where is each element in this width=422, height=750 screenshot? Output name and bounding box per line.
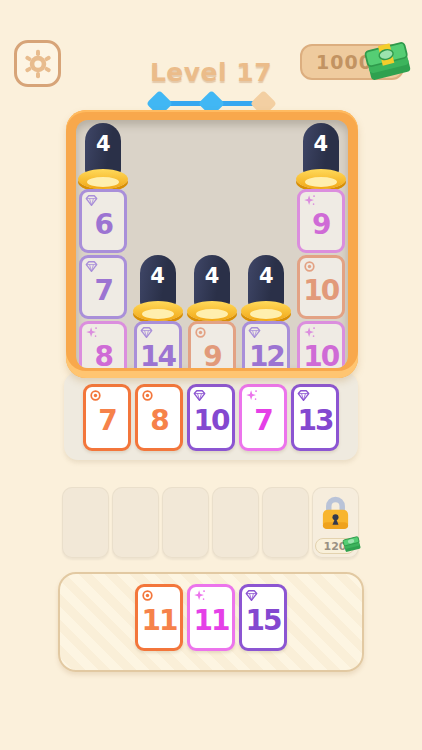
- star-icon: [303, 326, 316, 339]
- card-9-star[interactable]: 9: [297, 189, 345, 253]
- card-value: 9: [312, 204, 329, 239]
- empty-card-slot[interactable]: [162, 487, 209, 558]
- card-value: 13: [298, 400, 333, 435]
- unlock-price-badge: 120: [315, 538, 355, 554]
- empty-card-slot[interactable]: [212, 487, 259, 558]
- bell-gold-inner: [196, 309, 228, 319]
- eye-icon: [141, 389, 154, 402]
- eye-icon: [89, 389, 102, 402]
- empty-card-slot[interactable]: [62, 487, 109, 558]
- bell-gold-inner: [305, 177, 337, 187]
- gem-icon: [297, 389, 310, 402]
- star-icon: [193, 589, 206, 602]
- card-7-gem[interactable]: 7: [79, 255, 127, 319]
- lock-icon: [317, 494, 354, 532]
- eye-icon: [303, 260, 316, 273]
- star-icon: [303, 194, 316, 207]
- card-value: 8: [150, 400, 167, 435]
- card-value: 6: [94, 204, 111, 239]
- card-13-gem[interactable]: 13: [291, 384, 339, 451]
- bell-gold-inner: [87, 177, 119, 187]
- money-stack-icon: [362, 36, 414, 88]
- card-8-star[interactable]: 8: [79, 321, 127, 368]
- star-icon: [245, 389, 258, 402]
- open-cards-tray: 7810713: [64, 372, 358, 460]
- card-8-eye[interactable]: 8: [135, 384, 183, 451]
- card-6-gem[interactable]: 6: [79, 189, 127, 253]
- bell-cover: 4: [133, 255, 183, 321]
- bell-count: 4: [78, 132, 128, 156]
- card-7-star[interactable]: 7: [239, 384, 287, 451]
- card-value: 7: [94, 270, 111, 305]
- card-slots-row: 120: [62, 487, 359, 558]
- bell-cover: 4: [241, 255, 291, 321]
- card-value: 9: [203, 336, 220, 369]
- card-value: 8: [94, 336, 111, 369]
- locked-slot[interactable]: 120: [312, 487, 359, 558]
- bell-count: 4: [133, 264, 183, 288]
- card-15-gem[interactable]: 15: [239, 584, 287, 651]
- card-value: 12: [249, 336, 284, 369]
- card-12-gem[interactable]: 12: [242, 321, 290, 368]
- card-10-eye[interactable]: 10: [297, 255, 345, 319]
- empty-card-slot[interactable]: [262, 487, 309, 558]
- card-14-gem[interactable]: 14: [134, 321, 182, 368]
- bell-cover: 4: [296, 123, 346, 189]
- card-value: 10: [303, 336, 338, 369]
- card-value: 7: [254, 400, 271, 435]
- gem-icon: [193, 389, 206, 402]
- card-11-eye[interactable]: 11: [135, 584, 183, 651]
- card-10-gem[interactable]: 10: [187, 384, 235, 451]
- card-value: 10: [194, 400, 229, 435]
- card-value: 11: [142, 600, 177, 635]
- card-11-star[interactable]: 11: [187, 584, 235, 651]
- bell-gold-inner: [142, 309, 174, 319]
- gem-icon: [85, 194, 98, 207]
- card-value: 7: [98, 400, 115, 435]
- card-7-eye[interactable]: 7: [83, 384, 131, 451]
- bell-count: 4: [296, 132, 346, 156]
- gem-icon: [85, 260, 98, 273]
- eye-icon: [194, 326, 207, 339]
- empty-card-slot[interactable]: [112, 487, 159, 558]
- bell-count: 4: [241, 264, 291, 288]
- bell-cover: 4: [187, 255, 237, 321]
- gem-icon: [140, 326, 153, 339]
- bell-count: 4: [187, 264, 237, 288]
- gem-icon: [248, 326, 261, 339]
- hand-tray: 111115: [58, 572, 364, 672]
- money-stack-icon: [342, 535, 362, 555]
- board-frame: 444446971081491210: [66, 110, 358, 378]
- eye-icon: [141, 589, 154, 602]
- card-value: 15: [246, 600, 281, 635]
- card-value: 10: [303, 270, 338, 305]
- gem-icon: [245, 589, 258, 602]
- card-value: 14: [140, 336, 175, 369]
- game-screen: Level 17 1000 444446971081491210 7810713…: [0, 0, 422, 750]
- bell-cover: 4: [78, 123, 128, 189]
- card-9-eye[interactable]: 9: [188, 321, 236, 368]
- card-10-star[interactable]: 10: [297, 321, 345, 368]
- card-value: 11: [194, 600, 229, 635]
- star-icon: [85, 326, 98, 339]
- board-grid: 444446971081491210: [76, 120, 348, 368]
